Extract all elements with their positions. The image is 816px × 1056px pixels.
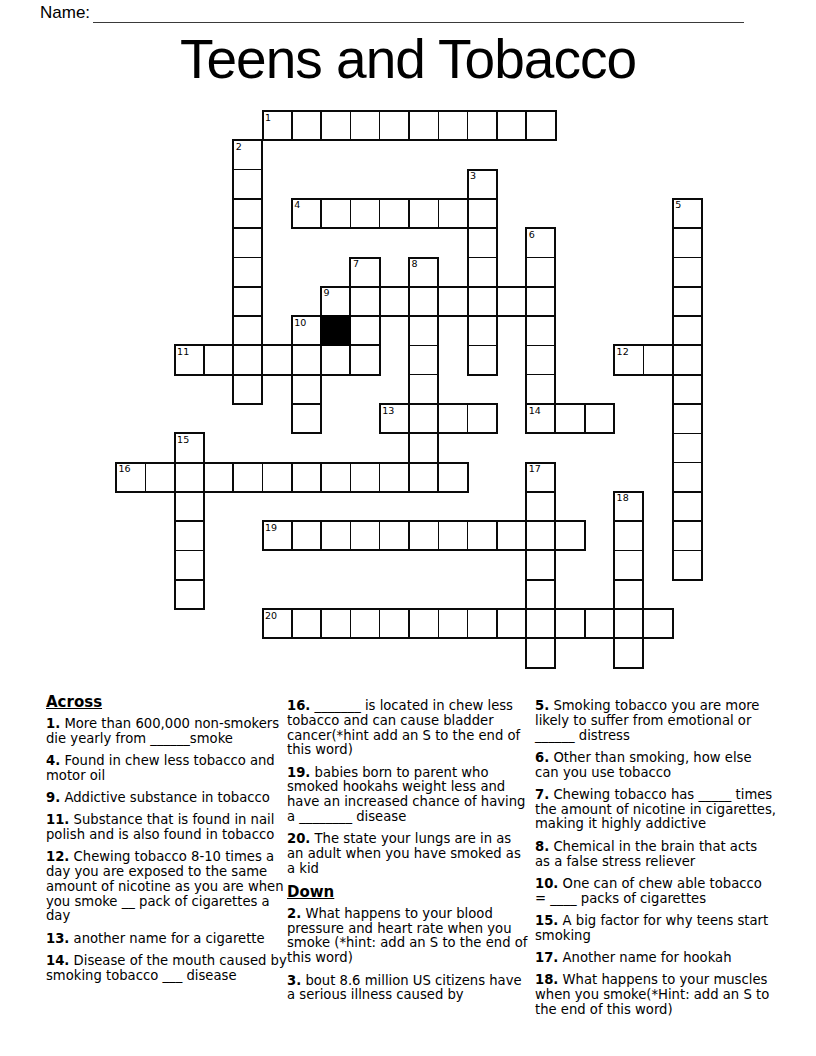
cell-number-1: 1 <box>265 113 271 123</box>
cell-divider <box>145 464 147 491</box>
cell-divider <box>234 227 261 229</box>
clue-13: 13. another name for a cigarette <box>46 932 287 947</box>
crossword-grid: 1234567891011121314151617181920 <box>0 0 816 700</box>
cell-divider <box>234 374 261 376</box>
cell-divider <box>203 346 205 373</box>
cell-divider <box>379 112 381 139</box>
cell-divider <box>525 112 527 139</box>
cell-divider <box>527 315 554 317</box>
cell-divider <box>527 579 554 581</box>
cell-divider <box>527 286 554 288</box>
cell-divider <box>469 257 496 259</box>
clue-16: 16. _______ is located in chew less toba… <box>287 699 528 758</box>
cell-divider <box>262 464 264 491</box>
cell-divider <box>234 257 261 259</box>
cell-divider <box>467 405 469 432</box>
word-7-down <box>349 257 380 376</box>
cell-divider <box>438 522 440 549</box>
clue-15: 15. A big factor for why teens start smo… <box>535 914 776 944</box>
cell-divider <box>408 200 410 227</box>
word-8-down <box>408 257 439 493</box>
cell-number-8: 8 <box>412 259 418 269</box>
cell-divider <box>379 610 381 637</box>
clue-6: 6. Other than smoking, how else can you … <box>535 751 776 781</box>
clue-8: 8. Chemical in the brain that acts as a … <box>535 840 776 870</box>
word-15-down <box>174 432 205 610</box>
cell-divider <box>408 522 410 549</box>
word-3-down <box>467 169 498 376</box>
cell-divider <box>350 464 352 491</box>
cell-number-14: 14 <box>529 406 541 416</box>
cell-divider <box>293 374 320 376</box>
cell-divider <box>438 200 440 227</box>
cell-divider <box>234 169 261 171</box>
cell-divider <box>320 610 322 637</box>
cell-divider <box>469 315 496 317</box>
cell-number-16: 16 <box>119 464 131 474</box>
cell-divider <box>527 638 554 640</box>
cell-divider <box>379 522 381 549</box>
cell-divider <box>410 374 437 376</box>
cell-divider <box>674 491 701 493</box>
cell-number-20: 20 <box>265 611 277 621</box>
cell-divider <box>674 315 701 317</box>
clue-5: 5. Smoking tobacco you are more likely t… <box>535 699 776 743</box>
cell-divider <box>232 464 234 491</box>
cell-divider <box>674 257 701 259</box>
cell-divider <box>674 520 701 522</box>
cell-divider <box>293 403 320 405</box>
cell-divider <box>674 433 701 435</box>
cell-divider <box>410 315 437 317</box>
cell-divider <box>176 462 203 464</box>
cell-divider <box>350 112 352 139</box>
cell-divider <box>674 550 701 552</box>
cell-divider <box>291 112 293 139</box>
cell-divider <box>438 610 440 637</box>
cell-divider <box>496 610 498 637</box>
clue-12: 12. Chewing tobacco 8-10 times a day you… <box>46 850 287 924</box>
cell-divider <box>408 610 410 637</box>
cell-divider <box>176 579 203 581</box>
across-header: Across <box>46 694 287 711</box>
cell-divider <box>408 112 410 139</box>
clue-18: 18. What happens to your muscles when yo… <box>535 973 776 1017</box>
cell-divider <box>320 522 322 549</box>
cell-number-2: 2 <box>236 142 242 152</box>
cell-divider <box>350 200 352 227</box>
clue-10: 10. One can of chew able tobacco = ____ … <box>535 877 776 907</box>
word-18-down <box>613 491 644 669</box>
cell-divider <box>674 403 701 405</box>
cell-number-15: 15 <box>177 435 189 445</box>
cell-number-18: 18 <box>617 493 629 503</box>
cell-divider <box>469 198 496 200</box>
cell-divider <box>410 286 437 288</box>
cell-number-4: 4 <box>294 200 300 210</box>
cell-divider <box>469 286 496 288</box>
cell-divider <box>379 464 381 491</box>
cell-divider <box>467 112 469 139</box>
cell-divider <box>527 491 554 493</box>
cell-divider <box>176 550 203 552</box>
cell-divider <box>467 522 469 549</box>
word-17-down <box>525 462 556 669</box>
cell-divider <box>615 579 642 581</box>
cell-divider <box>234 198 261 200</box>
word-2-down <box>232 139 263 405</box>
cell-number-11: 11 <box>177 347 189 357</box>
cell-divider <box>351 345 378 347</box>
clue-11: 11. Substance that is found in nail poli… <box>46 813 287 843</box>
cell-divider <box>350 522 352 549</box>
cell-number-6: 6 <box>529 230 535 240</box>
clue-14: 14. Disease of the mouth caused by smoki… <box>46 954 287 984</box>
down-header: Down <box>287 884 528 901</box>
cell-divider <box>527 550 554 552</box>
word-10-down <box>291 315 322 434</box>
clue-20: 20. The state your lungs are in as an ad… <box>287 832 528 876</box>
cell-divider <box>527 608 554 610</box>
cell-divider <box>469 345 496 347</box>
cell-divider <box>584 610 586 637</box>
cell-divider <box>615 638 642 640</box>
cell-number-19: 19 <box>265 523 277 533</box>
cell-number-3: 3 <box>470 171 476 181</box>
cell-number-7: 7 <box>353 259 359 269</box>
cell-divider <box>584 405 586 432</box>
cell-number-9: 9 <box>324 288 330 298</box>
cell-number-5: 5 <box>675 200 681 210</box>
cell-divider <box>291 464 293 491</box>
word-20-across <box>262 608 674 639</box>
cell-number-17: 17 <box>529 464 541 474</box>
cell-divider <box>234 315 261 317</box>
cell-divider <box>379 200 381 227</box>
cell-divider <box>293 345 320 347</box>
cell-divider <box>410 462 437 464</box>
cell-divider <box>351 286 378 288</box>
cell-divider <box>496 112 498 139</box>
word-6-down <box>525 227 556 434</box>
clue-2: 2. What happens to your blood pressure a… <box>287 907 528 966</box>
clue-19: 19. babies born to parent who smoked hoo… <box>287 766 528 825</box>
cell-divider <box>674 462 701 464</box>
cell-divider <box>350 610 352 637</box>
cell-divider <box>615 550 642 552</box>
clue-7: 7. Chewing tobacco has _____ times the a… <box>535 788 776 832</box>
cell-divider <box>643 346 645 373</box>
cell-divider <box>320 464 322 491</box>
word-1-across <box>262 110 557 141</box>
cell-divider <box>234 286 261 288</box>
cell-number-12: 12 <box>617 347 629 357</box>
cell-divider <box>527 345 554 347</box>
worksheet-page: Name: Teens and Tobacco 1234567891011121… <box>0 0 816 1056</box>
cell-divider <box>615 520 642 522</box>
cell-divider <box>351 315 378 317</box>
cell-divider <box>410 403 437 405</box>
cell-divider <box>320 112 322 139</box>
cell-divider <box>320 200 322 227</box>
cell-divider <box>674 345 701 347</box>
clue-column-1: Across1. More than 600,000 non-smokers d… <box>46 694 287 991</box>
cell-divider <box>438 112 440 139</box>
cell-divider <box>674 227 701 229</box>
cell-divider <box>176 491 203 493</box>
cell-divider <box>176 520 203 522</box>
word-5-down <box>672 198 703 581</box>
clue-column-3: 5. Smoking tobacco you are more likely t… <box>535 694 776 1025</box>
cell-divider <box>674 286 701 288</box>
clue-17: 17. Another name for hookah <box>535 951 776 966</box>
cell-divider <box>527 257 554 259</box>
cell-divider <box>496 522 498 549</box>
cell-divider <box>469 227 496 229</box>
cell-divider <box>527 374 554 376</box>
cell-divider <box>467 610 469 637</box>
clue-9: 9. Addictive substance in tobacco <box>46 791 287 806</box>
cell-divider <box>234 345 261 347</box>
clue-3: 3. bout 8.6 million US citizens have a s… <box>287 974 528 1004</box>
black-cell <box>320 315 351 346</box>
cell-divider <box>410 433 437 435</box>
cell-divider <box>291 522 293 549</box>
cell-divider <box>527 520 554 522</box>
cell-number-10: 10 <box>294 318 306 328</box>
clue-1: 1. More than 600,000 non-smokers die yea… <box>46 717 287 747</box>
cell-divider <box>674 374 701 376</box>
clue-4: 4. Found in chew less tobacco and motor … <box>46 754 287 784</box>
cell-divider <box>410 345 437 347</box>
cell-divider <box>615 608 642 610</box>
clue-column-2: 16. _______ is located in chew less toba… <box>287 694 528 1011</box>
cell-number-13: 13 <box>382 406 394 416</box>
cell-divider <box>291 610 293 637</box>
